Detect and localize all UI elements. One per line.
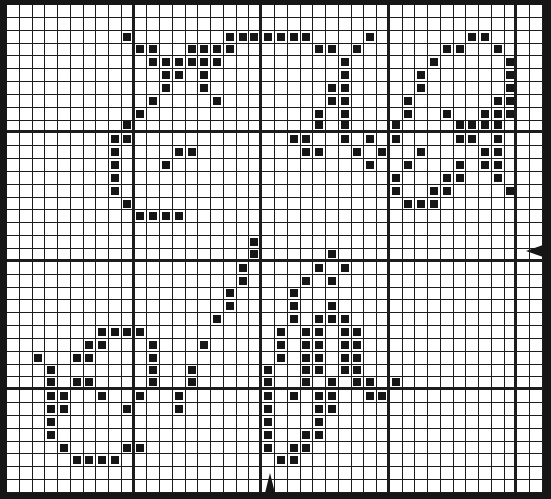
grid-cell <box>301 454 314 467</box>
grid-cell <box>492 377 505 390</box>
grid-cell <box>517 326 530 339</box>
stitch-filled-cell <box>200 341 208 349</box>
grid-cell <box>517 300 530 313</box>
grid-cell <box>96 275 109 288</box>
grid-cell <box>466 133 479 146</box>
grid-cell <box>517 185 530 198</box>
grid-cell <box>517 429 530 442</box>
grid-cell <box>20 108 33 121</box>
grid-cell <box>135 429 148 442</box>
grid-cell <box>505 5 518 18</box>
grid-cell <box>505 313 518 326</box>
grid-cell <box>415 185 428 198</box>
grid-cell <box>211 210 224 223</box>
grid-cell <box>301 377 314 390</box>
stitch-filled-cell <box>315 405 323 413</box>
grid-cell <box>288 172 301 185</box>
grid-cell <box>275 198 288 211</box>
grid-cell <box>403 133 416 146</box>
stitch-filled-cell <box>123 328 131 336</box>
grid-cell <box>96 223 109 236</box>
grid-cell <box>109 108 122 121</box>
grid-cell <box>237 377 250 390</box>
grid-cell <box>33 275 46 288</box>
grid-cell <box>492 198 505 211</box>
grid-cell <box>198 56 211 69</box>
grid-cell <box>237 288 250 301</box>
grid-cell <box>288 82 301 95</box>
grid-cell <box>288 275 301 288</box>
grid-cell <box>530 44 543 57</box>
grid-cell <box>428 5 441 18</box>
grid-cell <box>301 95 314 108</box>
grid-cell <box>211 44 224 57</box>
stitch-filled-cell <box>392 187 400 195</box>
grid-cell <box>224 275 237 288</box>
grid-cell <box>122 31 135 44</box>
grid-cell <box>135 288 148 301</box>
grid-cell <box>364 365 377 378</box>
grid-cell <box>237 442 250 455</box>
grid-cell <box>173 403 186 416</box>
grid-cell <box>58 185 71 198</box>
grid-cell <box>109 454 122 467</box>
grid-cell <box>428 146 441 159</box>
grid-cell <box>415 313 428 326</box>
grid-cell <box>454 159 467 172</box>
grid-cell <box>58 44 71 57</box>
grid-cell <box>262 198 275 211</box>
grid-cell <box>7 185 20 198</box>
grid-cell <box>211 172 224 185</box>
grid-cell <box>530 326 543 339</box>
grid-cell <box>339 442 352 455</box>
grid-cell <box>96 377 109 390</box>
stitch-filled-cell <box>481 121 489 129</box>
grid-cell <box>466 352 479 365</box>
grid-cell <box>173 5 186 18</box>
grid-cell <box>198 416 211 429</box>
grid-cell <box>109 185 122 198</box>
grid-cell <box>45 454 58 467</box>
grid-cell <box>84 210 97 223</box>
grid-cell <box>7 365 20 378</box>
grid-cell <box>135 146 148 159</box>
stitch-filled-cell <box>404 97 412 105</box>
grid-cell <box>186 339 199 352</box>
grid-cell <box>313 377 326 390</box>
stitch-filled-cell <box>392 378 400 386</box>
grid-cell <box>364 275 377 288</box>
grid-cell <box>415 5 428 18</box>
grid-cell <box>301 403 314 416</box>
grid-cell <box>135 313 148 326</box>
stitch-filled-cell <box>353 366 361 374</box>
grid-cell <box>262 121 275 134</box>
stitch-filled-cell <box>443 174 451 182</box>
grid-cell <box>186 56 199 69</box>
grid-cell <box>301 416 314 429</box>
grid-cell <box>415 416 428 429</box>
grid-cell <box>249 288 262 301</box>
grid-cell <box>186 95 199 108</box>
grid-cell <box>415 172 428 185</box>
grid-cell <box>403 95 416 108</box>
grid-cell <box>109 377 122 390</box>
grid-cell <box>20 467 33 480</box>
grid-cell <box>428 365 441 378</box>
stitch-filled-cell <box>302 341 310 349</box>
grid-cell <box>352 82 365 95</box>
grid-cell <box>224 365 237 378</box>
grid-cell <box>377 82 390 95</box>
grid-cell <box>466 275 479 288</box>
grid-cell <box>301 133 314 146</box>
grid-cell <box>275 416 288 429</box>
grid-cell <box>58 172 71 185</box>
grid-cell <box>249 403 262 416</box>
grid-cell <box>186 172 199 185</box>
grid-cell <box>186 313 199 326</box>
grid-cell <box>186 326 199 339</box>
grid-cell <box>313 467 326 480</box>
grid-cell <box>339 18 352 31</box>
grid-cell <box>135 416 148 429</box>
grid-cell <box>364 198 377 211</box>
grid-cell <box>198 262 211 275</box>
grid-cell <box>249 467 262 480</box>
grid-cell <box>198 288 211 301</box>
stitch-filled-cell <box>290 289 298 297</box>
grid-cell <box>530 5 543 18</box>
grid-cell <box>441 480 454 493</box>
grid-cell <box>160 416 173 429</box>
grid-cell <box>237 236 250 249</box>
grid-cell <box>275 403 288 416</box>
grid-cell <box>301 146 314 159</box>
grid-cell <box>45 377 58 390</box>
stitch-filled-cell <box>366 378 374 386</box>
grid-cell <box>288 442 301 455</box>
grid-cell <box>96 326 109 339</box>
grid-cell <box>364 159 377 172</box>
grid-cell <box>7 454 20 467</box>
grid-cell <box>262 82 275 95</box>
grid-cell <box>237 172 250 185</box>
grid-cell <box>492 467 505 480</box>
grid-cell <box>466 185 479 198</box>
stitch-filled-cell <box>456 135 464 143</box>
stitch-filled-cell <box>456 161 464 169</box>
grid-cell <box>415 403 428 416</box>
stitch-filled-cell <box>162 84 170 92</box>
grid-cell <box>45 31 58 44</box>
stitch-filled-cell <box>136 110 144 118</box>
grid-cell <box>339 339 352 352</box>
grid-cell <box>288 429 301 442</box>
grid-cell <box>96 159 109 172</box>
grid-cell <box>33 133 46 146</box>
grid-cell <box>390 159 403 172</box>
grid-cell <box>249 313 262 326</box>
stitch-filled-cell <box>494 135 502 143</box>
grid-cell <box>109 390 122 403</box>
grid-cell <box>211 365 224 378</box>
grid-cell <box>505 159 518 172</box>
stitch-filled-cell <box>188 366 196 374</box>
grid-cell <box>160 82 173 95</box>
grid-cell <box>326 442 339 455</box>
grid-cell <box>160 352 173 365</box>
stitch-filled-cell <box>302 354 310 362</box>
grid-cell <box>147 352 160 365</box>
grid-cell <box>20 121 33 134</box>
grid-cell <box>377 146 390 159</box>
grid-cell <box>339 210 352 223</box>
grid-cell <box>415 300 428 313</box>
grid-cell <box>428 82 441 95</box>
grid-cell <box>122 288 135 301</box>
stitch-filled-cell <box>494 148 502 156</box>
grid-cell <box>237 352 250 365</box>
grid-cell <box>441 300 454 313</box>
grid-cell <box>517 69 530 82</box>
grid-cell <box>492 121 505 134</box>
stitch-filled-cell <box>277 341 285 349</box>
grid-cell <box>415 352 428 365</box>
grid-cell <box>173 198 186 211</box>
grid-cell <box>492 5 505 18</box>
grid-cell <box>249 95 262 108</box>
stitch-filled-cell <box>73 354 81 362</box>
grid-cell <box>45 429 58 442</box>
stitch-filled-cell <box>341 121 349 129</box>
grid-cell <box>339 390 352 403</box>
grid-cell <box>224 262 237 275</box>
grid-cell <box>492 44 505 57</box>
grid-cell <box>403 5 416 18</box>
grid-cell <box>198 300 211 313</box>
grid-cell <box>428 44 441 57</box>
grid-cell <box>135 480 148 493</box>
grid-cell <box>147 313 160 326</box>
grid-cell <box>58 5 71 18</box>
grid-cell <box>352 95 365 108</box>
grid-cell <box>530 210 543 223</box>
grid-cell <box>7 133 20 146</box>
grid-cell <box>530 31 543 44</box>
grid-cell <box>275 31 288 44</box>
grid-cell <box>275 467 288 480</box>
grid-cell <box>339 44 352 57</box>
grid-cell <box>33 288 46 301</box>
grid-cell <box>301 108 314 121</box>
grid-cell <box>147 403 160 416</box>
grid-cell <box>352 454 365 467</box>
grid-cell <box>33 403 46 416</box>
grid-cell <box>71 454 84 467</box>
grid-cell <box>403 403 416 416</box>
grid-cell <box>84 18 97 31</box>
stitch-filled-cell <box>506 187 514 195</box>
stitch-filled-cell <box>494 161 502 169</box>
grid-cell <box>224 249 237 262</box>
grid-cell <box>224 416 237 429</box>
grid-cell <box>390 377 403 390</box>
grid-cell <box>109 403 122 416</box>
stitch-filled-cell <box>302 366 310 374</box>
stitch-filled-cell <box>443 110 451 118</box>
grid-cell <box>492 31 505 44</box>
grid-cell <box>96 416 109 429</box>
grid-cell <box>198 275 211 288</box>
grid-cell <box>71 5 84 18</box>
stitch-filled-cell <box>353 341 361 349</box>
grid-cell <box>479 95 492 108</box>
grid-cell <box>313 223 326 236</box>
grid-cell <box>33 56 46 69</box>
grid-cell <box>505 210 518 223</box>
stitch-filled-cell <box>239 33 247 41</box>
grid-cell <box>7 313 20 326</box>
stitch-filled-cell <box>302 277 310 285</box>
grid-cell <box>224 339 237 352</box>
grid-cell <box>454 223 467 236</box>
grid-cell <box>479 467 492 480</box>
grid-cell <box>326 326 339 339</box>
grid-cell <box>479 146 492 159</box>
grid-cell <box>109 159 122 172</box>
grid-cell <box>390 121 403 134</box>
grid-cell <box>415 146 428 159</box>
grid-cell <box>530 467 543 480</box>
grid-cell <box>275 95 288 108</box>
grid-cell <box>262 454 275 467</box>
grid-cell <box>109 172 122 185</box>
grid-cell <box>160 403 173 416</box>
grid-cell <box>71 159 84 172</box>
grid-cell <box>71 275 84 288</box>
stitch-filled-cell <box>494 174 502 182</box>
grid-cell <box>173 377 186 390</box>
grid-cell <box>517 467 530 480</box>
grid-cell <box>198 429 211 442</box>
grid-cell <box>186 223 199 236</box>
grid-cell <box>20 95 33 108</box>
grid-cell <box>466 339 479 352</box>
grid-cell <box>466 146 479 159</box>
grid-cell <box>122 326 135 339</box>
grid-cell <box>301 159 314 172</box>
grid-cell <box>530 339 543 352</box>
grid-cell <box>262 429 275 442</box>
grid-cell <box>403 249 416 262</box>
grid-cell <box>492 429 505 442</box>
grid-cell <box>262 390 275 403</box>
grid-cell <box>262 352 275 365</box>
grid-cell <box>364 352 377 365</box>
grid-cell <box>147 390 160 403</box>
grid-cell <box>7 480 20 493</box>
grid-cell <box>339 416 352 429</box>
stitch-filled-cell <box>290 444 298 452</box>
stitch-filled-cell <box>353 148 361 156</box>
grid-cell <box>71 442 84 455</box>
grid-cell <box>122 313 135 326</box>
grid-cell <box>135 56 148 69</box>
grid-cell <box>71 95 84 108</box>
grid-cell <box>173 262 186 275</box>
grid-cell <box>390 223 403 236</box>
grid-cell <box>441 429 454 442</box>
stitch-filled-cell <box>378 148 386 156</box>
grid-cell <box>84 146 97 159</box>
grid-cell <box>198 249 211 262</box>
grid-cell <box>249 390 262 403</box>
grid-cell <box>20 5 33 18</box>
grid-cell <box>33 5 46 18</box>
grid-cell <box>71 352 84 365</box>
grid-cell <box>58 313 71 326</box>
grid-cell <box>313 198 326 211</box>
grid-cell <box>71 69 84 82</box>
grid-cell <box>505 416 518 429</box>
grid-cell <box>84 429 97 442</box>
grid-cell <box>198 480 211 493</box>
grid-cell <box>20 146 33 159</box>
grid-cell <box>339 69 352 82</box>
grid-cell <box>530 390 543 403</box>
grid-cell <box>479 5 492 18</box>
grid-cell <box>96 172 109 185</box>
grid-cell <box>288 198 301 211</box>
grid-cell <box>403 429 416 442</box>
grid-cell <box>364 210 377 223</box>
grid-cell <box>198 159 211 172</box>
grid-cell <box>147 429 160 442</box>
grid-cell <box>390 275 403 288</box>
stitch-filled-cell <box>136 392 144 400</box>
grid-cell <box>224 313 237 326</box>
grid-cell <box>313 121 326 134</box>
grid-cell <box>454 44 467 57</box>
grid-cell <box>186 377 199 390</box>
grid-cell <box>173 159 186 172</box>
grid-cell <box>492 300 505 313</box>
grid-cell <box>122 198 135 211</box>
grid-cell <box>505 146 518 159</box>
grid-cell <box>211 198 224 211</box>
stitch-filled-cell <box>315 366 323 374</box>
grid-cell <box>390 467 403 480</box>
grid-cell <box>505 121 518 134</box>
grid-cell <box>160 442 173 455</box>
stitch-filled-cell <box>456 121 464 129</box>
grid-cell <box>517 172 530 185</box>
grid-cell <box>275 108 288 121</box>
grid-cell <box>479 249 492 262</box>
grid-cell <box>454 198 467 211</box>
grid-cell <box>45 44 58 57</box>
grid-cell <box>275 146 288 159</box>
stitch-filled-cell <box>123 121 131 129</box>
grid-cell <box>96 454 109 467</box>
grid-cell <box>71 133 84 146</box>
grid-cell <box>326 18 339 31</box>
grid-cell <box>186 288 199 301</box>
grid-cell <box>428 31 441 44</box>
grid-cell <box>454 236 467 249</box>
